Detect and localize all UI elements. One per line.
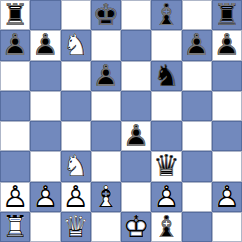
square-a8[interactable]: ♜♖: [0, 0, 30, 30]
square-h3[interactable]: [212, 151, 242, 181]
piece-outline-layer: ♔: [91, 0, 121, 30]
square-e7[interactable]: [121, 30, 151, 60]
piece-outline-layer: ♗: [151, 0, 181, 30]
square-a2[interactable]: ♟♙: [0, 182, 30, 212]
piece-outline-layer: ♕: [151, 151, 181, 181]
square-h8[interactable]: ♜♖: [212, 0, 242, 30]
square-c7[interactable]: ♞♘: [61, 30, 91, 60]
black-pawn[interactable]: ♟♙: [212, 30, 242, 60]
square-a3[interactable]: [0, 151, 30, 181]
piece-outline-layer: ♙: [91, 61, 121, 91]
square-a5[interactable]: [0, 91, 30, 121]
black-bishop[interactable]: ♝♗: [151, 212, 181, 242]
white-pawn[interactable]: ♟♙: [61, 182, 91, 212]
square-c2[interactable]: ♟♙: [61, 182, 91, 212]
square-h7[interactable]: ♟♙: [212, 30, 242, 60]
square-c6[interactable]: [61, 61, 91, 91]
square-g2[interactable]: [182, 182, 212, 212]
square-d6[interactable]: ♟♙: [91, 61, 121, 91]
piece-outline-layer: ♘: [61, 151, 91, 181]
square-g5[interactable]: [182, 91, 212, 121]
square-d8[interactable]: ♚♔: [91, 0, 121, 30]
square-e4[interactable]: ♟♙: [121, 121, 151, 151]
piece-outline-layer: ♔: [121, 212, 151, 242]
square-f2[interactable]: ♟♙: [151, 182, 181, 212]
square-f6[interactable]: ♞♘: [151, 61, 181, 91]
white-knight[interactable]: ♞♘: [61, 30, 91, 60]
piece-outline-layer: ♙: [212, 30, 242, 60]
square-a1[interactable]: ♜♖: [0, 212, 30, 242]
square-b7[interactable]: ♟♙: [30, 30, 60, 60]
square-g1[interactable]: [182, 212, 212, 242]
piece-outline-layer: ♙: [61, 182, 91, 212]
piece-outline-layer: ♙: [212, 182, 242, 212]
square-c5[interactable]: [61, 91, 91, 121]
piece-outline-layer: ♖: [212, 0, 242, 30]
square-c1[interactable]: ♛♕: [61, 212, 91, 242]
white-rook[interactable]: ♜♖: [0, 212, 30, 242]
square-e3[interactable]: [121, 151, 151, 181]
black-rook[interactable]: ♜♖: [0, 0, 30, 30]
white-knight[interactable]: ♞♘: [61, 151, 91, 181]
square-f1[interactable]: ♝♗: [151, 212, 181, 242]
square-b4[interactable]: [30, 121, 60, 151]
square-g8[interactable]: [182, 0, 212, 30]
white-queen[interactable]: ♛♕: [61, 212, 91, 242]
white-bishop[interactable]: ♝♗: [91, 182, 121, 212]
square-h2[interactable]: ♟♙: [212, 182, 242, 212]
square-f3[interactable]: ♛♕: [151, 151, 181, 181]
white-king[interactable]: ♚♔: [121, 212, 151, 242]
black-bishop[interactable]: ♝♗: [151, 0, 181, 30]
square-b2[interactable]: ♟♙: [30, 182, 60, 212]
square-f7[interactable]: [151, 30, 181, 60]
square-c4[interactable]: [61, 121, 91, 151]
black-king[interactable]: ♚♔: [91, 0, 121, 30]
piece-outline-layer: ♙: [121, 121, 151, 151]
black-pawn[interactable]: ♟♙: [182, 30, 212, 60]
square-f8[interactable]: ♝♗: [151, 0, 181, 30]
black-knight[interactable]: ♞♘: [151, 61, 181, 91]
square-a4[interactable]: [0, 121, 30, 151]
piece-outline-layer: ♙: [182, 30, 212, 60]
square-e6[interactable]: [121, 61, 151, 91]
square-e5[interactable]: [121, 91, 151, 121]
square-a6[interactable]: [0, 61, 30, 91]
piece-outline-layer: ♘: [61, 30, 91, 60]
piece-outline-layer: ♘: [151, 61, 181, 91]
square-b8[interactable]: [30, 0, 60, 30]
square-e8[interactable]: [121, 0, 151, 30]
square-b6[interactable]: [30, 61, 60, 91]
black-pawn[interactable]: ♟♙: [30, 30, 60, 60]
square-h5[interactable]: [212, 91, 242, 121]
square-b5[interactable]: [30, 91, 60, 121]
piece-outline-layer: ♗: [91, 182, 121, 212]
piece-outline-layer: ♙: [151, 182, 181, 212]
black-rook[interactable]: ♜♖: [212, 0, 242, 30]
square-g6[interactable]: [182, 61, 212, 91]
black-pawn[interactable]: ♟♙: [0, 30, 30, 60]
piece-outline-layer: ♙: [30, 30, 60, 60]
white-pawn[interactable]: ♟♙: [0, 182, 30, 212]
square-d2[interactable]: ♝♗: [91, 182, 121, 212]
square-d5[interactable]: [91, 91, 121, 121]
square-d7[interactable]: [91, 30, 121, 60]
square-c8[interactable]: [61, 0, 91, 30]
square-d3[interactable]: [91, 151, 121, 181]
black-queen[interactable]: ♛♕: [151, 151, 181, 181]
piece-outline-layer: ♙: [30, 182, 60, 212]
piece-outline-layer: ♖: [0, 0, 30, 30]
square-g3[interactable]: [182, 151, 212, 181]
black-pawn[interactable]: ♟♙: [91, 61, 121, 91]
piece-outline-layer: ♕: [61, 212, 91, 242]
piece-outline-layer: ♙: [0, 30, 30, 60]
chess-board: ♜♖♚♔♝♗♜♖♟♙♟♙♞♘♟♙♟♙♟♙♞♘♟♙♞♘♛♕♟♙♟♙♟♙♝♗♟♙♟♙…: [0, 0, 242, 242]
square-b1[interactable]: [30, 212, 60, 242]
square-f5[interactable]: [151, 91, 181, 121]
square-h1[interactable]: [212, 212, 242, 242]
square-b3[interactable]: [30, 151, 60, 181]
square-e2[interactable]: [121, 182, 151, 212]
piece-outline-layer: ♙: [0, 182, 30, 212]
white-pawn[interactable]: ♟♙: [212, 182, 242, 212]
black-pawn[interactable]: ♟♙: [121, 121, 151, 151]
square-g4[interactable]: [182, 121, 212, 151]
square-d1[interactable]: [91, 212, 121, 242]
square-g7[interactable]: ♟♙: [182, 30, 212, 60]
white-pawn[interactable]: ♟♙: [30, 182, 60, 212]
square-e1[interactable]: ♚♔: [121, 212, 151, 242]
square-f4[interactable]: [151, 121, 181, 151]
white-pawn[interactable]: ♟♙: [151, 182, 181, 212]
square-a7[interactable]: ♟♙: [0, 30, 30, 60]
piece-outline-layer: ♗: [151, 212, 181, 242]
square-c3[interactable]: ♞♘: [61, 151, 91, 181]
piece-outline-layer: ♖: [0, 212, 30, 242]
square-h6[interactable]: [212, 61, 242, 91]
square-h4[interactable]: [212, 121, 242, 151]
square-d4[interactable]: [91, 121, 121, 151]
